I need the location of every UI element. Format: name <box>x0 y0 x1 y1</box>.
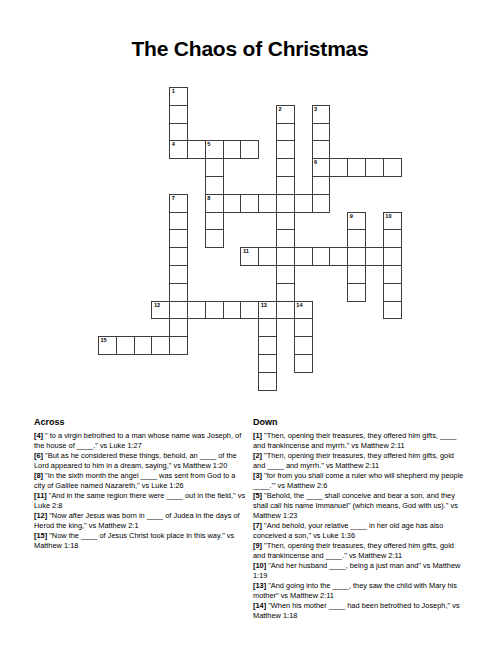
clue-number: 12 <box>154 302 160 309</box>
grid-cell[interactable] <box>276 265 295 284</box>
clue-down-2: [2] "Then, opening their treasures, they… <box>253 451 468 471</box>
clue-across-4: [4] " to a virgin betrothed to a man who… <box>34 431 247 451</box>
grid-cell[interactable] <box>276 301 295 320</box>
grid-cell[interactable] <box>294 354 313 373</box>
grid-cell[interactable] <box>258 318 277 337</box>
puzzle-page: The Chaos of Christmas 12345678910111213… <box>0 0 500 647</box>
grid-cell[interactable] <box>383 247 402 266</box>
grid-cell[interactable] <box>312 140 331 159</box>
grid-cell[interactable] <box>134 336 153 355</box>
clue-number-label: [11] <box>34 491 47 500</box>
clue-across-6: [6] "But as he considered these things, … <box>34 451 247 471</box>
clue-number: 13 <box>261 302 267 309</box>
grid-cell[interactable] <box>169 123 188 142</box>
grid-cell[interactable] <box>383 301 402 320</box>
grid-cell[interactable] <box>205 212 224 231</box>
across-clue-list: [4] " to a virgin betrothed to a man who… <box>34 431 247 551</box>
grid-cell[interactable] <box>240 140 259 159</box>
grid-cell[interactable]: 14 <box>294 301 313 320</box>
grid-cell[interactable]: 5 <box>205 140 224 159</box>
across-clues-section: Across [4] " to a virgin betrothed to a … <box>34 417 247 551</box>
grid-cell[interactable] <box>312 176 331 195</box>
clue-number: 1 <box>172 88 175 95</box>
clue-across-8: [8] "In the sixth month the angel ____ w… <box>34 471 247 491</box>
grid-cell[interactable] <box>240 194 259 213</box>
grid-cell[interactable]: 4 <box>169 140 188 159</box>
clue-number-label: [2] <box>253 451 262 460</box>
clue-number: 11 <box>243 248 249 255</box>
grid-cell[interactable] <box>276 176 295 195</box>
grid-cell[interactable] <box>258 194 277 213</box>
clue-number: 7 <box>172 195 175 202</box>
grid-cell[interactable] <box>383 283 402 302</box>
grid-cell[interactable] <box>383 229 402 248</box>
grid-cell[interactable] <box>312 194 331 213</box>
grid-cell[interactable] <box>258 247 277 266</box>
clue-number: 14 <box>296 302 302 309</box>
grid-cell[interactable] <box>169 301 188 320</box>
grid-cell[interactable] <box>365 247 384 266</box>
clue-number: 3 <box>314 106 317 113</box>
clue-down-7: [7] "And behold, your relative ____ in h… <box>253 521 468 541</box>
grid-cell[interactable] <box>169 265 188 284</box>
clue-down-13: [13] "And going into the ____, they saw … <box>253 581 468 601</box>
clue-number-label: [1] <box>253 431 262 440</box>
grid-cell[interactable]: 13 <box>258 301 277 320</box>
grid-cell[interactable] <box>294 336 313 355</box>
grid-cell[interactable] <box>383 158 402 177</box>
clue-across-11: [11] "And in the same region there were … <box>34 491 247 511</box>
grid-cell[interactable] <box>294 247 313 266</box>
clue-number-label: [13] <box>253 581 266 590</box>
clue-down-1: [1] "Then, opening their treasures, they… <box>253 431 468 451</box>
clue-number: 4 <box>172 141 175 148</box>
clue-number-label: [8] <box>34 471 43 480</box>
clue-number-label: [10] <box>253 561 266 570</box>
grid-cell[interactable] <box>347 229 366 248</box>
grid-cell[interactable] <box>258 336 277 355</box>
grid-cell[interactable]: 8 <box>205 194 224 213</box>
grid-cell[interactable] <box>276 212 295 231</box>
clue-down-3: [3] "for from you shall come a ruler who… <box>253 471 468 491</box>
grid-cell[interactable] <box>347 158 366 177</box>
grid-cell[interactable] <box>347 247 366 266</box>
grid-cell[interactable]: 7 <box>169 194 188 213</box>
clue-down-5: [5] "Behold, the ____ shall conceive and… <box>253 491 468 521</box>
grid-cell[interactable] <box>116 336 135 355</box>
grid-cell[interactable]: 9 <box>347 212 366 231</box>
grid-cell[interactable]: 2 <box>276 105 295 124</box>
grid-cell[interactable] <box>347 283 366 302</box>
grid-cell[interactable] <box>276 229 295 248</box>
grid-cell[interactable]: 1 <box>169 87 188 106</box>
grid-cell[interactable] <box>205 176 224 195</box>
clue-number-label: [7] <box>253 521 262 530</box>
grid-cell[interactable] <box>347 265 366 284</box>
grid-cell[interactable] <box>205 158 224 177</box>
clue-down-14: [14] "When his mother ____ had been betr… <box>253 601 468 621</box>
grid-cell[interactable] <box>169 247 188 266</box>
clue-down-9: [9] "Then, opening their treasures, they… <box>253 541 468 561</box>
grid-cell[interactable]: 10 <box>383 212 402 231</box>
grid-cell[interactable] <box>169 283 188 302</box>
grid-cell[interactable]: 12 <box>151 301 170 320</box>
grid-cell[interactable] <box>151 336 170 355</box>
grid-cell[interactable] <box>187 301 206 320</box>
grid-cell[interactable]: 15 <box>98 336 117 355</box>
grid-cell[interactable] <box>276 158 295 177</box>
grid-cell[interactable] <box>223 301 242 320</box>
down-header: Down <box>253 417 468 427</box>
clue-number-label: [14] <box>253 601 266 610</box>
grid-cell[interactable] <box>205 301 224 320</box>
grid-cell[interactable] <box>294 194 313 213</box>
grid-cell[interactable]: 11 <box>240 247 259 266</box>
grid-cell[interactable] <box>383 265 402 284</box>
down-clue-list: [1] "Then, opening their treasures, they… <box>253 431 468 621</box>
grid-cell[interactable] <box>223 194 242 213</box>
grid-cell[interactable] <box>187 140 206 159</box>
crossword-grid: 123456789101112131415 <box>98 87 402 391</box>
grid-cell[interactable] <box>169 229 188 248</box>
grid-cell[interactable] <box>294 318 313 337</box>
clue-across-15: [15] "Now the ____ of Jesus Christ took … <box>34 531 247 551</box>
grid-cell[interactable] <box>169 212 188 231</box>
grid-cell[interactable] <box>276 283 295 302</box>
across-header: Across <box>34 417 247 427</box>
grid-cell[interactable] <box>276 194 295 213</box>
puzzle-title: The Chaos of Christmas <box>0 37 500 61</box>
clue-number-label: [12] <box>34 511 47 520</box>
grid-cell[interactable] <box>329 247 348 266</box>
grid-cell[interactable] <box>276 123 295 142</box>
grid-cell[interactable] <box>258 372 277 391</box>
clue-number: 10 <box>385 213 391 220</box>
clue-number: 9 <box>350 213 353 220</box>
clue-number: 15 <box>101 337 107 344</box>
clue-number: 2 <box>279 106 282 113</box>
grid-cell[interactable] <box>258 354 277 373</box>
clue-number-label: [5] <box>253 491 262 500</box>
grid-cell[interactable]: 6 <box>312 158 331 177</box>
clue-down-10: [10] "And her husband ____, being a just… <box>253 561 468 581</box>
clue-number-label: [6] <box>34 451 43 460</box>
clue-number-label: [15] <box>34 531 47 540</box>
grid-cell[interactable] <box>312 123 331 142</box>
clue-number-label: [3] <box>253 471 262 480</box>
clue-number-label: [9] <box>253 541 262 550</box>
down-clues-section: Down [1] "Then, opening their treasures,… <box>253 417 468 621</box>
grid-cell[interactable] <box>365 158 384 177</box>
clue-number-label: [4] <box>34 431 43 440</box>
grid-cell[interactable] <box>223 140 242 159</box>
grid-cell[interactable]: 3 <box>312 105 331 124</box>
clue-across-12: [12] "Now after Jesus was born in ____ o… <box>34 511 247 531</box>
grid-cell[interactable] <box>169 105 188 124</box>
grid-cell[interactable] <box>169 318 188 337</box>
clue-number: 5 <box>207 141 210 148</box>
clue-number: 6 <box>314 159 317 166</box>
grid-cell[interactable] <box>240 301 259 320</box>
grid-cell[interactable] <box>329 158 348 177</box>
clue-number: 8 <box>207 195 210 202</box>
grid-cell[interactable] <box>312 247 331 266</box>
grid-cell[interactable] <box>276 247 295 266</box>
grid-cell[interactable] <box>276 140 295 159</box>
grid-cell[interactable] <box>169 336 188 355</box>
grid-cell[interactable] <box>205 229 224 248</box>
